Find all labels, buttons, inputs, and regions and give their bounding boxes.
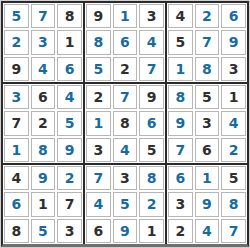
cell-r7c1[interactable]: 4 xyxy=(4,166,29,190)
sudoku-app-frame: 5782319469138645274265791833647251892791… xyxy=(0,0,250,248)
cell-r3c3[interactable]: 6 xyxy=(57,57,82,81)
cell-r8c2[interactable]: 1 xyxy=(31,192,56,216)
cell-r7c8[interactable]: 1 xyxy=(195,166,220,190)
cell-r6c1[interactable]: 1 xyxy=(4,138,29,162)
cell-r7c7[interactable]: 6 xyxy=(168,166,193,190)
cell-r4c8[interactable]: 5 xyxy=(195,85,220,109)
cell-r6c5[interactable]: 4 xyxy=(113,138,138,162)
cell-r6c2[interactable]: 8 xyxy=(31,138,56,162)
sudoku-box-3: 426579183 xyxy=(167,3,247,82)
cell-r6c9[interactable]: 2 xyxy=(221,138,246,162)
cell-r1c8[interactable]: 2 xyxy=(195,4,220,28)
sudoku-box-8: 738452691 xyxy=(85,165,165,244)
cell-r5c1[interactable]: 7 xyxy=(4,111,29,135)
cell-r3c6[interactable]: 7 xyxy=(139,57,164,81)
sudoku-box-4: 364725189 xyxy=(3,84,83,163)
cell-r8c9[interactable]: 8 xyxy=(221,192,246,216)
sudoku-box-5: 279186345 xyxy=(85,84,165,163)
cell-r5c3[interactable]: 5 xyxy=(57,111,82,135)
cell-r9c8[interactable]: 4 xyxy=(195,219,220,243)
cell-r9c7[interactable]: 2 xyxy=(168,219,193,243)
sudoku-box-9: 615398247 xyxy=(167,165,247,244)
cell-r3c4[interactable]: 5 xyxy=(86,57,111,81)
cell-r5c7[interactable]: 9 xyxy=(168,111,193,135)
cell-r8c8[interactable]: 9 xyxy=(195,192,220,216)
cell-r1c2[interactable]: 7 xyxy=(31,4,56,28)
cell-r5c8[interactable]: 3 xyxy=(195,111,220,135)
cell-r7c9[interactable]: 5 xyxy=(221,166,246,190)
cell-r9c5[interactable]: 9 xyxy=(113,219,138,243)
cell-r9c9[interactable]: 7 xyxy=(221,219,246,243)
cell-r6c4[interactable]: 3 xyxy=(86,138,111,162)
cell-r2c3[interactable]: 1 xyxy=(57,30,82,54)
cell-r9c2[interactable]: 5 xyxy=(31,219,56,243)
cell-r7c4[interactable]: 7 xyxy=(86,166,111,190)
cell-r5c2[interactable]: 2 xyxy=(31,111,56,135)
cell-r2c4[interactable]: 8 xyxy=(86,30,111,54)
cell-r4c2[interactable]: 6 xyxy=(31,85,56,109)
cell-r9c4[interactable]: 6 xyxy=(86,219,111,243)
cell-r8c6[interactable]: 2 xyxy=(139,192,164,216)
cell-r5c4[interactable]: 1 xyxy=(86,111,111,135)
cell-r4c3[interactable]: 4 xyxy=(57,85,82,109)
cell-r6c3[interactable]: 9 xyxy=(57,138,82,162)
cell-r1c7[interactable]: 4 xyxy=(168,4,193,28)
cell-r7c5[interactable]: 3 xyxy=(113,166,138,190)
cell-r1c3[interactable]: 8 xyxy=(57,4,82,28)
cell-r2c8[interactable]: 7 xyxy=(195,30,220,54)
cell-r5c9[interactable]: 4 xyxy=(221,111,246,135)
cell-r3c1[interactable]: 9 xyxy=(4,57,29,81)
cell-r4c1[interactable]: 3 xyxy=(4,85,29,109)
cell-r2c5[interactable]: 6 xyxy=(113,30,138,54)
cell-r4c9[interactable]: 1 xyxy=(221,85,246,109)
cell-r1c5[interactable]: 1 xyxy=(113,4,138,28)
cell-r1c4[interactable]: 9 xyxy=(86,4,111,28)
cell-r6c6[interactable]: 5 xyxy=(139,138,164,162)
sudoku-board: 5782319469138645274265791833647251892791… xyxy=(1,1,249,247)
sudoku-box-1: 578231946 xyxy=(3,3,83,82)
cell-r3c8[interactable]: 8 xyxy=(195,57,220,81)
cell-r1c1[interactable]: 5 xyxy=(4,4,29,28)
cell-r7c6[interactable]: 8 xyxy=(139,166,164,190)
cell-r5c6[interactable]: 6 xyxy=(139,111,164,135)
sudoku-box-7: 492617853 xyxy=(3,165,83,244)
cell-r4c4[interactable]: 2 xyxy=(86,85,111,109)
cell-r2c6[interactable]: 4 xyxy=(139,30,164,54)
cell-r9c3[interactable]: 3 xyxy=(57,219,82,243)
cell-r6c7[interactable]: 7 xyxy=(168,138,193,162)
cell-r4c5[interactable]: 7 xyxy=(113,85,138,109)
cell-r6c8[interactable]: 6 xyxy=(195,138,220,162)
cell-r5c5[interactable]: 8 xyxy=(113,111,138,135)
sudoku-box-6: 851934762 xyxy=(167,84,247,163)
sudoku-box-2: 913864527 xyxy=(85,3,165,82)
cell-r3c5[interactable]: 2 xyxy=(113,57,138,81)
cell-r3c7[interactable]: 1 xyxy=(168,57,193,81)
cell-r8c7[interactable]: 3 xyxy=(168,192,193,216)
cell-r7c3[interactable]: 2 xyxy=(57,166,82,190)
cell-r2c9[interactable]: 9 xyxy=(221,30,246,54)
cell-r9c6[interactable]: 1 xyxy=(139,219,164,243)
cell-r2c7[interactable]: 5 xyxy=(168,30,193,54)
cell-r3c2[interactable]: 4 xyxy=(31,57,56,81)
cell-r1c6[interactable]: 3 xyxy=(139,4,164,28)
cell-r8c4[interactable]: 4 xyxy=(86,192,111,216)
cell-r2c1[interactable]: 2 xyxy=(4,30,29,54)
cell-r8c3[interactable]: 7 xyxy=(57,192,82,216)
cell-r3c9[interactable]: 3 xyxy=(221,57,246,81)
cell-r9c1[interactable]: 8 xyxy=(4,219,29,243)
cell-r4c6[interactable]: 9 xyxy=(139,85,164,109)
cell-r4c7[interactable]: 8 xyxy=(168,85,193,109)
cell-r2c2[interactable]: 3 xyxy=(31,30,56,54)
cell-r7c2[interactable]: 9 xyxy=(31,166,56,190)
cell-r1c9[interactable]: 6 xyxy=(221,4,246,28)
cell-r8c1[interactable]: 6 xyxy=(4,192,29,216)
cell-r8c5[interactable]: 5 xyxy=(113,192,138,216)
